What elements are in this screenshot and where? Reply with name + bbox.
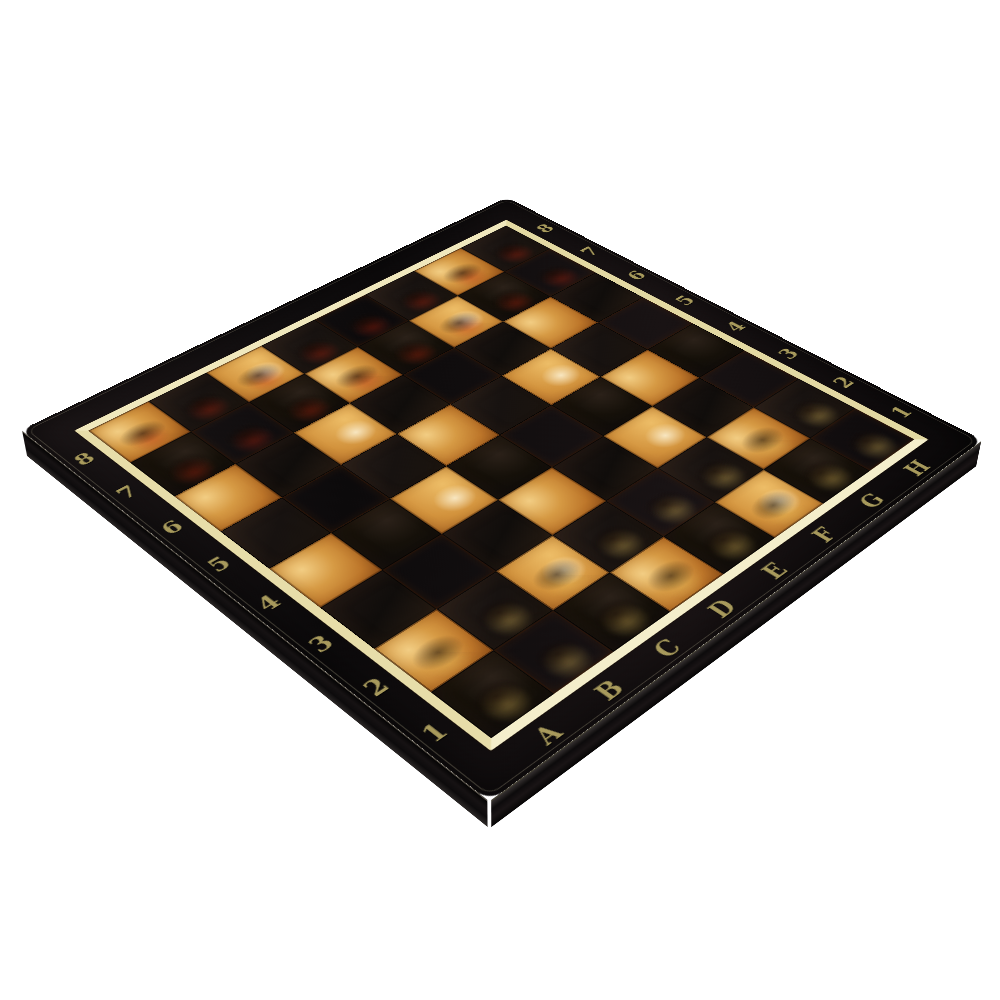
amber-chess-photo: 87654321 87654321 ABCDEFGH ♜♞♝♛♚♝♞♜♟♟♟♟♟…	[0, 0, 1000, 1000]
yellow-rook-glyph: ♜	[417, 518, 578, 697]
board-frame: 87654321 87654321 ABCDEFGH ♜♞♝♛♚♝♞♜♟♟♟♟♟…	[21, 197, 983, 801]
chess-board: 87654321 87654321 ABCDEFGH ♜♞♝♛♚♝♞♜♟♟♟♟♟…	[21, 197, 983, 801]
playfield: ♜♞♝♛♚♝♞♜♟♟♟♟♟♟♟♟♟♟♟♟♟♟♟♟♜♞♝♛♚♝♞♜	[88, 226, 914, 738]
red-pawn-glyph: ♟	[129, 337, 245, 466]
